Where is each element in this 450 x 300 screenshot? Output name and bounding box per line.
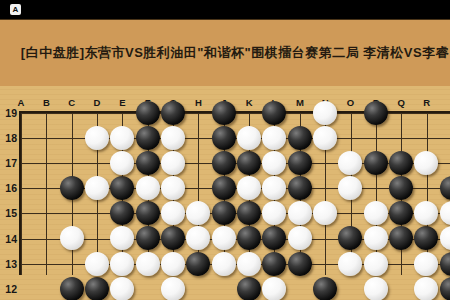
go-board[interactable]: ABCDEFGHJKLMNOPQR 1918171615141312 — [0, 86, 450, 300]
stone-white-O17 — [338, 151, 362, 175]
stone-black-F18 — [136, 126, 160, 150]
stone-black-L13 — [262, 252, 286, 276]
stone-black-M13 — [288, 252, 312, 276]
stone-white-E17 — [110, 151, 134, 175]
stone-white-R13 — [414, 252, 438, 276]
stone-black-P17 — [364, 151, 388, 175]
stone-white-J14 — [212, 226, 236, 250]
stone-white-E13 — [110, 252, 134, 276]
stone-black-E15 — [110, 201, 134, 225]
stone-white-R17 — [414, 151, 438, 175]
app-screen: A [白中盘胜]东营市VS胜利油田"和谐杯"围棋擂台赛第二局 李清松VS李睿 A… — [0, 0, 450, 300]
stone-black-Q16 — [389, 176, 413, 200]
title-bar: [白中盘胜]东营市VS胜利油田"和谐杯"围棋擂台赛第二局 李清松VS李睿 — [0, 19, 450, 86]
stone-black-J15 — [212, 201, 236, 225]
stone-white-J13 — [212, 252, 236, 276]
stone-black-C16 — [60, 176, 84, 200]
game-title: [白中盘胜]东营市VS胜利油田"和谐杯"围棋擂台赛第二局 李清松VS李睿 — [21, 44, 449, 62]
stone-black-G14 — [161, 226, 185, 250]
stone-white-F16 — [136, 176, 160, 200]
stone-white-D18 — [85, 126, 109, 150]
stone-black-E16 — [110, 176, 134, 200]
stone-black-K12 — [237, 277, 261, 300]
stone-white-E12 — [110, 277, 134, 300]
stone-white-K18 — [237, 126, 261, 150]
stone-black-F15 — [136, 201, 160, 225]
stone-black-L19 — [262, 101, 286, 125]
stone-white-O16 — [338, 176, 362, 200]
stone-black-M17 — [288, 151, 312, 175]
stone-black-F17 — [136, 151, 160, 175]
stone-white-P13 — [364, 252, 388, 276]
stones-grid — [8, 100, 450, 300]
stone-white-H15 — [186, 201, 210, 225]
stone-white-L18 — [262, 126, 286, 150]
stone-white-M14 — [288, 226, 312, 250]
stone-white-L15 — [262, 201, 286, 225]
stone-white-S14 — [440, 226, 450, 250]
stone-white-S15 — [440, 201, 450, 225]
stone-white-P14 — [364, 226, 388, 250]
stone-black-P19 — [364, 101, 388, 125]
stone-white-D16 — [85, 176, 109, 200]
notification-app-icon: A — [10, 4, 21, 15]
stone-black-J17 — [212, 151, 236, 175]
stone-white-G12 — [161, 277, 185, 300]
stone-black-J16 — [212, 176, 236, 200]
stone-white-N18 — [313, 126, 337, 150]
stone-black-M16 — [288, 176, 312, 200]
stone-black-J19 — [212, 101, 236, 125]
stone-black-F19 — [136, 101, 160, 125]
stone-black-F14 — [136, 226, 160, 250]
stone-white-L16 — [262, 176, 286, 200]
stone-white-G13 — [161, 252, 185, 276]
stone-white-N19 — [313, 101, 337, 125]
stone-black-G19 — [161, 101, 185, 125]
stone-white-G18 — [161, 126, 185, 150]
stone-black-N12 — [313, 277, 337, 300]
stone-black-M18 — [288, 126, 312, 150]
stone-black-S12 — [440, 277, 450, 300]
status-bar: A — [0, 0, 450, 19]
stone-white-D13 — [85, 252, 109, 276]
stone-black-S16 — [440, 176, 450, 200]
stone-white-E18 — [110, 126, 134, 150]
stone-black-Q15 — [389, 201, 413, 225]
stone-white-R12 — [414, 277, 438, 300]
stone-black-Q14 — [389, 226, 413, 250]
stone-black-K17 — [237, 151, 261, 175]
stone-black-L14 — [262, 226, 286, 250]
stone-white-O13 — [338, 252, 362, 276]
stone-black-C12 — [60, 277, 84, 300]
stone-white-E14 — [110, 226, 134, 250]
stone-white-P15 — [364, 201, 388, 225]
stone-black-Q17 — [389, 151, 413, 175]
stone-white-C14 — [60, 226, 84, 250]
stone-black-D12 — [85, 277, 109, 300]
stone-black-S13 — [440, 252, 450, 276]
stone-white-G16 — [161, 176, 185, 200]
stone-white-G15 — [161, 201, 185, 225]
stone-white-R15 — [414, 201, 438, 225]
stone-black-K14 — [237, 226, 261, 250]
stone-black-R14 — [414, 226, 438, 250]
stone-white-L12 — [262, 277, 286, 300]
stone-black-H13 — [186, 252, 210, 276]
stone-white-L17 — [262, 151, 286, 175]
stone-black-O14 — [338, 226, 362, 250]
stone-white-N15 — [313, 201, 337, 225]
stone-black-J18 — [212, 126, 236, 150]
stone-white-G17 — [161, 151, 185, 175]
stone-white-K16 — [237, 176, 261, 200]
stone-white-M15 — [288, 201, 312, 225]
stone-white-P12 — [364, 277, 388, 300]
stone-white-H14 — [186, 226, 210, 250]
stone-white-K13 — [237, 252, 261, 276]
stone-black-K15 — [237, 201, 261, 225]
stone-white-F13 — [136, 252, 160, 276]
